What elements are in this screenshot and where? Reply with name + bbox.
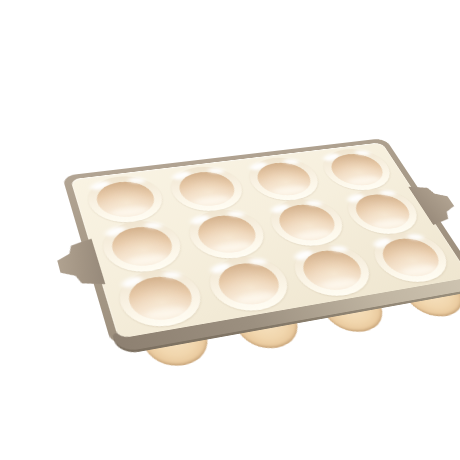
cup-cavity [92,179,160,220]
cup-cavity [212,260,287,309]
cup-cavity [251,160,318,198]
cup-cavity [272,202,342,244]
cup-cavity [123,273,199,324]
cup-cavity [174,169,241,209]
product-photo [40,16,460,460]
cup-cavity [107,224,179,270]
muffin-pan [62,138,460,346]
cup-cavity [296,247,370,294]
cup-cavity [192,213,263,257]
